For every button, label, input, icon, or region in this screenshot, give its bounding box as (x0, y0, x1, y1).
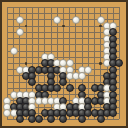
white-stone[interactable] (16, 28, 24, 36)
black-stone[interactable] (16, 115, 24, 123)
white-stone[interactable] (16, 16, 24, 24)
star-point (99, 25, 102, 28)
star-point (25, 25, 28, 28)
black-stone[interactable] (78, 115, 86, 123)
black-stone[interactable] (97, 115, 105, 123)
white-stone[interactable] (10, 47, 18, 55)
black-stone[interactable] (66, 84, 74, 92)
black-stone[interactable] (47, 115, 55, 123)
star-point (25, 62, 28, 65)
white-stone[interactable] (72, 16, 80, 24)
grid-line-horizontal (7, 7, 119, 8)
white-stone[interactable] (53, 16, 61, 24)
black-stone[interactable] (35, 115, 43, 123)
white-stone[interactable] (78, 72, 86, 80)
black-stone[interactable] (115, 59, 123, 67)
white-stone[interactable] (84, 66, 92, 74)
go-app-window (0, 0, 128, 128)
star-point (62, 25, 65, 28)
black-stone[interactable] (53, 84, 61, 92)
black-stone[interactable] (59, 115, 67, 123)
star-point (99, 62, 102, 65)
go-board[interactable] (2, 2, 126, 126)
black-stone[interactable] (109, 109, 117, 117)
grid-line-horizontal (7, 13, 119, 14)
